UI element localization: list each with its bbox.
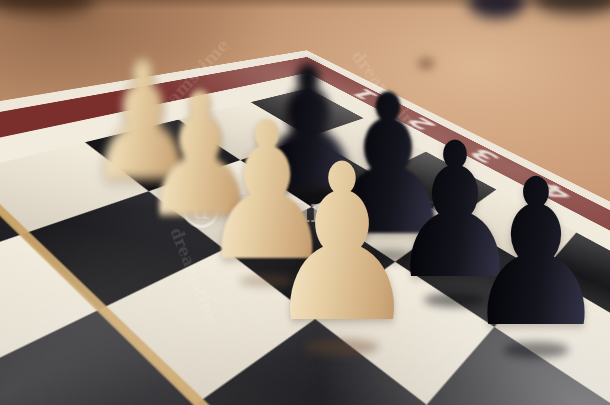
scene: 12345 ♟♟♟♟♟♟♟♟ d dreamstime dreamstimedr… [0, 0, 610, 405]
blurred-object [0, 0, 96, 14]
blurred-object [468, 0, 526, 18]
white-pawn: ♟ [264, 136, 420, 353]
black-pawn: ♟ [463, 153, 609, 356]
blurred-object [532, 0, 610, 14]
